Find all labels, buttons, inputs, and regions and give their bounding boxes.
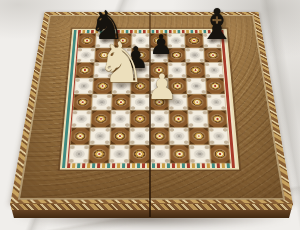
square-d2	[130, 127, 150, 145]
square-g7	[185, 48, 204, 63]
photo-scene: ♞♝♟♟♞♟	[0, 0, 300, 230]
square-h5	[205, 78, 225, 94]
square-a6	[75, 63, 94, 78]
square-b3	[91, 110, 111, 127]
square-e2	[150, 127, 170, 145]
square-h3	[207, 110, 228, 127]
square-a7	[77, 48, 96, 63]
black-pawn-e7: ♟	[149, 31, 173, 58]
white-knight-c5: ♞	[96, 35, 146, 91]
square-b1	[89, 145, 110, 163]
square-a3	[71, 110, 92, 127]
square-g3	[188, 110, 208, 127]
square-c4	[111, 94, 131, 110]
square-b4	[92, 94, 112, 110]
square-d3	[130, 110, 150, 127]
white-pawn-e4: ♟	[146, 70, 177, 105]
square-h6	[204, 63, 223, 78]
board-front-edge	[10, 203, 293, 218]
square-b2	[90, 127, 111, 145]
square-h2	[208, 127, 229, 145]
square-g4	[187, 94, 207, 110]
square-a5	[74, 78, 94, 94]
square-f3	[169, 110, 189, 127]
square-h1	[209, 145, 230, 163]
black-bishop-h8: ♝	[198, 4, 236, 46]
square-d1	[129, 145, 149, 163]
square-f1	[169, 145, 190, 163]
square-e3	[150, 110, 170, 127]
square-h4	[206, 94, 226, 110]
square-c1	[109, 145, 130, 163]
square-f2	[169, 127, 189, 145]
square-a1	[68, 145, 89, 163]
square-a2	[70, 127, 91, 145]
square-e1	[150, 145, 170, 163]
square-h7	[203, 48, 222, 63]
square-g2	[189, 127, 210, 145]
square-g5	[187, 78, 207, 94]
square-g6	[186, 63, 205, 78]
square-g1	[189, 145, 210, 163]
square-c2	[110, 127, 130, 145]
square-c3	[110, 110, 130, 127]
square-a4	[73, 94, 93, 110]
